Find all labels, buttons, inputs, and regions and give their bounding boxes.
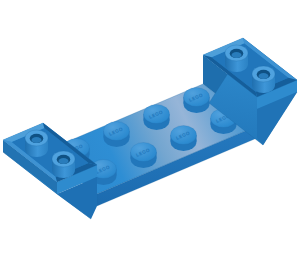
plate-stud: LEGO (104, 122, 130, 148)
open-stud (25, 130, 48, 157)
open-stud (252, 66, 275, 93)
plate-stud: LEGO (144, 105, 170, 131)
plate-stud: LEGO (184, 88, 210, 114)
open-stud (225, 45, 248, 72)
product-image: LEGO LEGO LEGO LEGO LEGO (0, 0, 300, 265)
open-stud (52, 151, 75, 178)
lego-brick-render: LEGO LEGO LEGO LEGO LEGO (0, 0, 300, 265)
plate-stud: LEGO (131, 143, 157, 169)
plate-stud: LEGO (171, 126, 197, 152)
